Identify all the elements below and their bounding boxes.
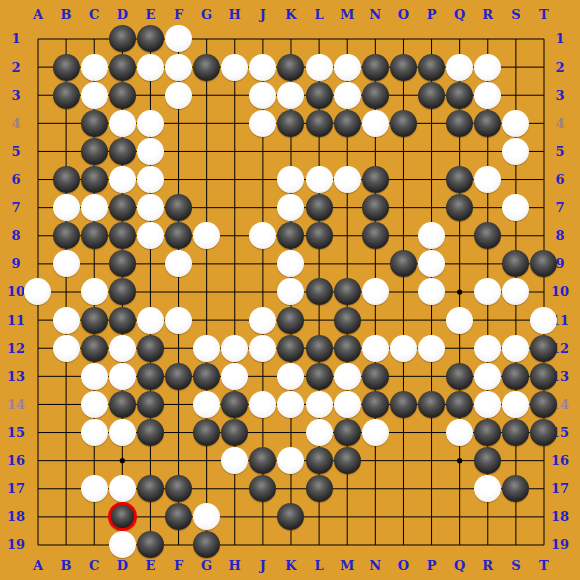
board-cell[interactable] [305,475,333,503]
board-cell[interactable] [417,278,445,306]
board-cell[interactable] [305,137,333,165]
board-cell[interactable] [446,362,474,390]
board-cell[interactable] [333,222,361,250]
board-cell[interactable] [530,278,558,306]
board-cell[interactable] [136,222,164,250]
board-cell[interactable] [249,447,277,475]
board-cell[interactable] [446,447,474,475]
board-cell[interactable] [530,447,558,475]
board-cell[interactable] [136,531,164,559]
board-cell[interactable] [446,222,474,250]
board-cell[interactable] [530,531,558,559]
board-cell[interactable] [80,25,108,53]
board-cell[interactable] [361,194,389,222]
board-cell[interactable] [389,25,417,53]
board-cell[interactable] [136,390,164,418]
board-cell[interactable] [221,194,249,222]
board-cell[interactable] [530,81,558,109]
board-cell[interactable] [108,362,136,390]
board-cell[interactable] [530,222,558,250]
board-cell[interactable] [361,306,389,334]
board-cell[interactable] [136,25,164,53]
board-cell[interactable] [80,362,108,390]
board-cell[interactable] [249,418,277,446]
board-cell[interactable] [24,250,52,278]
board-cell[interactable] [249,194,277,222]
board-cell[interactable] [333,81,361,109]
board-cell[interactable] [221,447,249,475]
board-cell[interactable] [333,109,361,137]
board-cell[interactable] [164,503,192,531]
board-cell[interactable] [446,81,474,109]
board-cell[interactable] [52,109,80,137]
board-cell[interactable] [193,53,221,81]
board-cell[interactable] [52,306,80,334]
board-cell[interactable] [361,137,389,165]
board-cell[interactable] [474,306,502,334]
board-cell[interactable] [389,334,417,362]
board-cell[interactable] [108,306,136,334]
board-cell[interactable] [108,53,136,81]
board-cell[interactable] [446,306,474,334]
board-cell[interactable] [277,306,305,334]
board-cell[interactable] [389,165,417,193]
board-cell[interactable] [417,447,445,475]
board-cell[interactable] [361,222,389,250]
board-cell[interactable] [474,53,502,81]
board-cell[interactable] [502,475,530,503]
board-cell[interactable] [502,165,530,193]
board-cell[interactable] [24,81,52,109]
board-cell[interactable] [305,278,333,306]
board-cell[interactable] [277,222,305,250]
board-cell[interactable] [221,531,249,559]
board-cell[interactable] [446,390,474,418]
board-cell[interactable] [446,109,474,137]
board-cell[interactable] [249,109,277,137]
board-cell[interactable] [530,390,558,418]
board-cell[interactable] [136,250,164,278]
board-cell[interactable] [249,278,277,306]
board-cell[interactable] [333,250,361,278]
board-cell[interactable] [502,81,530,109]
board-cell[interactable] [193,137,221,165]
board-cell[interactable] [361,334,389,362]
board-cell[interactable] [249,81,277,109]
board-cell[interactable] [80,165,108,193]
board-cell[interactable] [277,250,305,278]
board-cell[interactable] [361,81,389,109]
board-cell[interactable] [333,306,361,334]
board-cell[interactable] [24,447,52,475]
board-cell[interactable] [361,475,389,503]
board-cell[interactable] [136,362,164,390]
board-cell[interactable] [221,362,249,390]
board-cell[interactable] [530,165,558,193]
board-cell[interactable] [164,165,192,193]
board-cell[interactable] [80,390,108,418]
board-cell[interactable] [108,390,136,418]
board-cell[interactable] [389,447,417,475]
board-cell[interactable] [52,362,80,390]
board-cell[interactable] [249,503,277,531]
board-cell[interactable] [193,503,221,531]
board-cell[interactable] [361,53,389,81]
board-cell[interactable] [502,25,530,53]
board-cell[interactable] [24,137,52,165]
board-cell[interactable] [249,334,277,362]
board-cell[interactable] [221,278,249,306]
board-cell[interactable] [277,25,305,53]
board-cell[interactable] [277,53,305,81]
board-cell[interactable] [417,109,445,137]
board-cell[interactable] [164,222,192,250]
board-cell[interactable] [305,362,333,390]
board-cell[interactable] [389,362,417,390]
board-cell[interactable] [221,390,249,418]
board-cell[interactable] [417,194,445,222]
board-cell[interactable] [446,194,474,222]
board-cell[interactable] [389,306,417,334]
board-cell[interactable] [221,418,249,446]
board-cell[interactable] [164,334,192,362]
board-cell[interactable] [333,137,361,165]
board-cell[interactable] [136,334,164,362]
board-cell[interactable] [446,53,474,81]
board-cell[interactable] [193,250,221,278]
board-cell[interactable] [446,25,474,53]
board-cell[interactable] [502,222,530,250]
board-cell[interactable] [474,390,502,418]
board-cell[interactable] [221,165,249,193]
board-cell[interactable] [417,334,445,362]
board-cell[interactable] [446,531,474,559]
board-cell[interactable] [474,418,502,446]
board-cell[interactable] [277,503,305,531]
board-cell[interactable] [389,250,417,278]
board-cell[interactable] [417,222,445,250]
board-cell[interactable] [333,334,361,362]
board-cell[interactable] [193,475,221,503]
board-cell[interactable] [108,250,136,278]
board-cell[interactable] [193,25,221,53]
board-cell[interactable] [80,503,108,531]
board-cell[interactable] [249,250,277,278]
board-cell[interactable] [277,362,305,390]
board-cell[interactable] [164,306,192,334]
board-cell[interactable] [389,222,417,250]
board-cell[interactable] [305,222,333,250]
board-cell[interactable] [24,390,52,418]
board-cell[interactable] [417,475,445,503]
board-cell[interactable] [417,25,445,53]
board-cell[interactable] [389,278,417,306]
board-cell[interactable] [80,250,108,278]
board-cell[interactable] [333,165,361,193]
board-cell[interactable] [277,531,305,559]
board-cell[interactable] [389,53,417,81]
board-cell[interactable] [333,503,361,531]
board-cell[interactable] [164,418,192,446]
board-cell[interactable] [221,503,249,531]
board-cell[interactable] [136,447,164,475]
board-cell[interactable] [333,447,361,475]
board-cell[interactable] [108,109,136,137]
board-cell[interactable] [361,418,389,446]
board-cell[interactable] [24,53,52,81]
board-cell[interactable] [24,475,52,503]
board-cell[interactable] [305,53,333,81]
board-cell[interactable] [193,531,221,559]
board-cell[interactable] [474,81,502,109]
board-cell[interactable] [530,137,558,165]
board-cell[interactable] [249,53,277,81]
board-cell[interactable] [305,447,333,475]
board-cell[interactable] [530,503,558,531]
board-cell[interactable] [164,25,192,53]
board-cell[interactable] [530,25,558,53]
board-cell[interactable] [361,278,389,306]
board-cell[interactable] [108,475,136,503]
board-cell[interactable] [502,503,530,531]
board-cell[interactable] [249,306,277,334]
board-cell[interactable] [80,531,108,559]
board-cell[interactable] [361,250,389,278]
board-cell[interactable] [249,165,277,193]
board-cell[interactable] [305,531,333,559]
board-cell[interactable] [277,475,305,503]
board-cell[interactable] [389,109,417,137]
board-cell[interactable] [474,25,502,53]
board-cell[interactable] [389,503,417,531]
board-cell[interactable] [136,475,164,503]
board-cell[interactable] [277,390,305,418]
board-cell[interactable] [474,250,502,278]
board-cell[interactable] [136,137,164,165]
board-cell[interactable] [389,475,417,503]
board-cell[interactable] [164,194,192,222]
board-cell[interactable] [333,531,361,559]
board-cell[interactable] [277,137,305,165]
board-cell[interactable] [52,278,80,306]
board-cell[interactable] [277,334,305,362]
board-cell[interactable] [474,222,502,250]
board-cell[interactable] [361,390,389,418]
board-cell[interactable] [502,390,530,418]
board-cell[interactable] [249,531,277,559]
board-cell[interactable] [52,250,80,278]
board-cell[interactable] [417,531,445,559]
board-cell[interactable] [502,53,530,81]
board-cell[interactable] [333,53,361,81]
board-cell[interactable] [446,278,474,306]
board-cell[interactable] [249,362,277,390]
board-cell[interactable] [80,306,108,334]
board-cell[interactable] [164,362,192,390]
board-cell[interactable] [80,418,108,446]
board-cell[interactable] [305,503,333,531]
board-cell[interactable] [164,390,192,418]
board-cell[interactable] [305,390,333,418]
board-cell[interactable] [446,334,474,362]
board-cell[interactable] [24,531,52,559]
board-cell[interactable] [221,250,249,278]
board-cell[interactable] [474,334,502,362]
board-cell[interactable] [502,278,530,306]
board-cell[interactable] [136,418,164,446]
board-cell[interactable] [446,503,474,531]
board-cell[interactable] [305,250,333,278]
board-cell[interactable] [305,194,333,222]
board-cell[interactable] [474,278,502,306]
board-cell[interactable] [417,362,445,390]
board-cell[interactable] [474,447,502,475]
board-cell[interactable] [530,475,558,503]
board-cell[interactable] [361,503,389,531]
board-cell[interactable] [52,334,80,362]
board-cell[interactable] [305,81,333,109]
board-cell[interactable] [277,418,305,446]
board-cell[interactable] [108,25,136,53]
board-cell[interactable] [221,137,249,165]
board-cell[interactable] [193,222,221,250]
board-cell[interactable] [193,194,221,222]
board-cell[interactable] [502,109,530,137]
board-cell[interactable] [108,418,136,446]
board-cell[interactable] [221,53,249,81]
board-cell[interactable] [52,503,80,531]
board-cell[interactable] [333,390,361,418]
board-cell[interactable] [108,531,136,559]
board-cell[interactable] [446,475,474,503]
board-cell[interactable] [474,362,502,390]
board-cell[interactable] [361,109,389,137]
board-cell[interactable] [221,109,249,137]
board-cell[interactable] [502,531,530,559]
board-cell[interactable] [221,475,249,503]
board-cell[interactable] [333,362,361,390]
board-cell[interactable] [249,222,277,250]
board-cell[interactable] [193,109,221,137]
board-cell[interactable] [52,81,80,109]
board-cell[interactable] [446,418,474,446]
board-cell[interactable] [24,165,52,193]
board-cell[interactable] [108,194,136,222]
board-cell[interactable] [389,137,417,165]
board-cell[interactable] [52,418,80,446]
board-cell[interactable] [417,81,445,109]
board-cell[interactable] [164,447,192,475]
board-cell[interactable] [108,334,136,362]
board-cell[interactable] [474,194,502,222]
board-cell[interactable] [221,306,249,334]
board-cell[interactable] [446,250,474,278]
board-cell[interactable] [305,25,333,53]
board-cell[interactable] [502,194,530,222]
board-cell[interactable] [221,25,249,53]
board-cell[interactable] [136,165,164,193]
board-cell[interactable] [164,531,192,559]
board-cell[interactable] [474,531,502,559]
board-cell[interactable] [277,447,305,475]
board-cell[interactable] [136,194,164,222]
board-cell[interactable] [52,222,80,250]
board-cell[interactable] [277,165,305,193]
board-cell[interactable] [502,250,530,278]
board-cell[interactable] [530,334,558,362]
board-cell[interactable] [305,109,333,137]
board-cell[interactable] [193,334,221,362]
board-cell[interactable] [277,194,305,222]
board-cell[interactable] [446,165,474,193]
board-cell[interactable] [333,475,361,503]
board-cell[interactable] [164,475,192,503]
board-cell[interactable] [52,137,80,165]
board-cell[interactable] [305,334,333,362]
board-cell[interactable] [164,250,192,278]
board-cell[interactable] [221,81,249,109]
board-cell[interactable] [474,109,502,137]
board-cell[interactable] [333,418,361,446]
board-cell[interactable] [52,53,80,81]
board-cell[interactable] [361,165,389,193]
board-cell[interactable] [389,390,417,418]
board-cell[interactable] [80,475,108,503]
board-cell[interactable] [389,531,417,559]
board-cell[interactable] [24,362,52,390]
board-cell[interactable] [417,306,445,334]
board-cell[interactable] [277,81,305,109]
board-cell[interactable] [305,418,333,446]
board-cell[interactable] [52,194,80,222]
board-cell[interactable] [80,81,108,109]
board-cell[interactable] [108,165,136,193]
board-cell[interactable] [249,25,277,53]
board-cell[interactable] [136,306,164,334]
board-cell[interactable] [164,278,192,306]
board-cell[interactable] [502,418,530,446]
board-cell[interactable] [136,278,164,306]
board-cell[interactable] [193,306,221,334]
board-cell[interactable] [417,503,445,531]
board-cell[interactable] [24,306,52,334]
board-cell[interactable] [305,306,333,334]
board-cell[interactable] [277,109,305,137]
board-cell[interactable] [502,447,530,475]
board-cell[interactable] [52,447,80,475]
board-cell[interactable] [361,447,389,475]
board-cell[interactable] [502,137,530,165]
board-cell[interactable] [417,137,445,165]
board-cell[interactable] [193,362,221,390]
board-cell[interactable] [24,503,52,531]
board-cell[interactable] [136,53,164,81]
board-cell[interactable] [136,109,164,137]
board-cell[interactable] [389,81,417,109]
board-cell[interactable] [530,250,558,278]
board-cell[interactable] [164,137,192,165]
board-cell[interactable] [52,531,80,559]
board-cell[interactable] [52,475,80,503]
board-cell[interactable] [193,390,221,418]
board-cell[interactable] [361,25,389,53]
board-cell[interactable] [108,81,136,109]
board-cell[interactable] [361,362,389,390]
board-cell[interactable] [193,81,221,109]
board-cell[interactable] [530,109,558,137]
board-cell[interactable] [277,278,305,306]
board-cell[interactable] [24,109,52,137]
